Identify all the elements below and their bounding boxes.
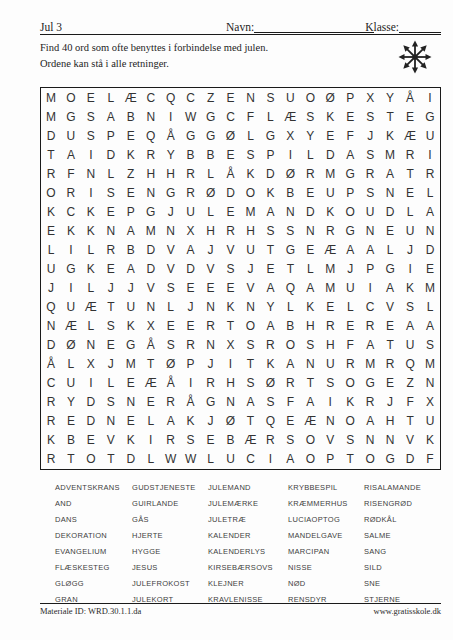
grid-cell: N (101, 221, 121, 240)
grid-cell: J (201, 240, 221, 259)
name-field: Navn: (226, 21, 374, 33)
word-list-item: MANDELGAVE (288, 528, 364, 544)
grid-cell: R (41, 393, 61, 412)
grid-cell: V (161, 240, 181, 259)
grid-cell: N (300, 355, 320, 374)
grid-cell: P (360, 259, 380, 278)
grid-cell: X (181, 221, 201, 240)
grid-cell: M (41, 107, 61, 126)
grid-cell: K (41, 431, 61, 450)
grid-cell: J (360, 126, 380, 145)
grid-cell: A (121, 221, 141, 240)
grid-cell: K (420, 431, 440, 450)
grid-cell: E (221, 278, 241, 297)
grid-cell: K (121, 145, 141, 164)
grid-cell: E (201, 278, 221, 297)
grid-cell: E (181, 278, 201, 297)
grid-cell: N (241, 88, 261, 107)
grid-cell: T (280, 259, 300, 278)
grid-cell: M (121, 355, 141, 374)
word-list-item: EVANGELIUM (55, 544, 132, 560)
grid-cell: N (161, 221, 181, 240)
grid-cell: G (360, 374, 380, 393)
grid-cell: M (141, 221, 161, 240)
grid-cell: Y (61, 393, 81, 412)
grid-cell: V (101, 431, 121, 450)
footer: Materiale ID: WRD.30.1.1.da www.gratissk… (40, 603, 441, 616)
grid-cell: O (241, 317, 261, 336)
grid-cell: A (161, 412, 181, 431)
grid-cell: X (280, 126, 300, 145)
grid-cell: S (280, 431, 300, 450)
word-list-item: DANS (55, 512, 132, 528)
material-id: Materiale ID: WRD.30.1.1.da (40, 606, 141, 616)
worksheet-page: Jul 3 Navn: Klasse: Find 40 ord som ofte… (0, 0, 453, 640)
grid-cell: M (380, 145, 400, 164)
word-list-item: HJERTE (132, 528, 208, 544)
grid-cell: Q (400, 355, 420, 374)
grid-cell: I (320, 393, 340, 412)
grid-cell: B (201, 145, 221, 164)
grid-cell: R (161, 431, 181, 450)
grid-cell: E (400, 183, 420, 202)
word-list-item: SANG (364, 544, 441, 560)
grid-cell: E (260, 259, 280, 278)
grid-cell: S (81, 107, 101, 126)
grid-cell: E (400, 107, 420, 126)
grid-cell: E (221, 88, 241, 107)
grid-cell: M (320, 164, 340, 183)
word-list-item: GLØGG (55, 576, 132, 592)
grid-cell: K (320, 202, 340, 221)
grid-cell: U (61, 374, 81, 393)
grid-cell: G (121, 336, 141, 355)
grid-cell: I (400, 259, 420, 278)
grid-cell: T (260, 240, 280, 259)
word-list-item: SALME (364, 528, 441, 544)
grid-cell: C (61, 202, 81, 221)
grid-cell: R (260, 431, 280, 450)
grid-cell: N (201, 336, 221, 355)
grid-cell: I (260, 450, 280, 469)
grid-cell: R (420, 164, 440, 183)
grid-cell: J (181, 298, 201, 317)
grid-cell: T (241, 355, 261, 374)
grid-cell: J (400, 240, 420, 259)
grid-cell: L (260, 107, 280, 126)
grid-cell: I (61, 240, 81, 259)
grid-cell: J (101, 278, 121, 297)
grid-cell: R (340, 355, 360, 374)
grid-cell: U (400, 221, 420, 240)
grid-cell: Æ (280, 107, 300, 126)
grid-cell: S (320, 374, 340, 393)
grid-cell: A (61, 145, 81, 164)
grid-cell: S (181, 431, 201, 450)
grid-cell: Ø (161, 355, 181, 374)
word-list-item: JULEMAND (208, 480, 288, 496)
grid-cell: L (241, 126, 261, 145)
grid-cell: F (340, 126, 360, 145)
grid-cell: S (300, 107, 320, 126)
grid-cell: K (121, 431, 141, 450)
word-grid: MOELÆCQCZENSUOØPXYÅIMGSABNIWGCFLÆSKESTEG… (40, 87, 441, 470)
all-directions-icon (396, 38, 434, 76)
grid-cell: N (41, 317, 61, 336)
grid-cell: R (101, 240, 121, 259)
grid-cell: U (280, 88, 300, 107)
grid-cell: Æ (141, 374, 161, 393)
word-list-column: ADVENTSKRANSANDDANSDEKORATIONEVANGELIUMF… (55, 480, 132, 608)
grid-cell: T (380, 336, 400, 355)
grid-cell: E (181, 317, 201, 336)
grid-cell: L (81, 278, 101, 297)
grid-cell: X (221, 336, 241, 355)
grid-cell: A (280, 355, 300, 374)
grid-cell: L (201, 164, 221, 183)
grid-cell: J (161, 202, 181, 221)
grid-cell: I (81, 374, 101, 393)
grid-cell: N (280, 202, 300, 221)
grid-cell: K (81, 259, 101, 278)
grid-cell: R (181, 183, 201, 202)
word-list-item: JULEFROKOST (132, 576, 208, 592)
grid-cell: N (141, 107, 161, 126)
grid-cell: E (340, 107, 360, 126)
grid-cell: A (300, 278, 320, 297)
grid-cell: Ø (61, 336, 81, 355)
grid-cell: V (221, 240, 241, 259)
grid-cell: S (280, 221, 300, 240)
grid-cell: K (81, 202, 101, 221)
grid-cell: N (300, 221, 320, 240)
grid-cell: H (241, 221, 261, 240)
instructions-row: Find 40 ord som ofte benyttes i forbinde… (40, 40, 441, 80)
grid-cell: E (380, 317, 400, 336)
grid-cell: O (340, 374, 360, 393)
grid-cell: R (400, 145, 420, 164)
grid-cell: C (221, 107, 241, 126)
grid-cell: R (141, 145, 161, 164)
word-list-item: GÅS (132, 512, 208, 528)
grid-cell: T (400, 164, 420, 183)
grid-cell: U (360, 202, 380, 221)
grid-cell: Å (141, 336, 161, 355)
grid-cell: D (141, 240, 161, 259)
grid-cell: R (360, 164, 380, 183)
grid-cell: K (260, 183, 280, 202)
grid-cell: N (81, 336, 101, 355)
grid-cell: J (380, 393, 400, 412)
grid-cell: C (360, 298, 380, 317)
word-list-item: SNE (364, 576, 441, 592)
grid-cell: E (221, 145, 241, 164)
grid-cell: A (121, 259, 141, 278)
word-list-item: KRÆMMERHUS (288, 496, 364, 512)
grid-cell: V (241, 278, 261, 297)
grid-cell: Æ (241, 431, 261, 450)
grid-cell: A (360, 336, 380, 355)
grid-cell: F (241, 107, 261, 126)
grid-cell: D (260, 164, 280, 183)
grid-cell: X (360, 88, 380, 107)
word-list-column: RISALAMANDERISENGRØDRØDKÅLSALMESANGSILDS… (364, 480, 441, 608)
grid-cell: L (81, 317, 101, 336)
grid-cell: Ø (280, 164, 300, 183)
grid-cell: W (181, 107, 201, 126)
grid-cell: E (41, 221, 61, 240)
grid-cell: L (420, 183, 440, 202)
word-list-item: MARCIPAN (288, 544, 364, 560)
grid-cell: S (360, 107, 380, 126)
grid-cell: Æ (400, 126, 420, 145)
word-list-item: RISALAMANDE (364, 480, 441, 496)
grid-cell: I (181, 374, 201, 393)
grid-cell: L (380, 240, 400, 259)
grid-cell: T (400, 412, 420, 431)
grid-cell: E (121, 412, 141, 431)
class-field: Klasse: (365, 21, 441, 33)
grid-cell: K (61, 221, 81, 240)
grid-cell: S (260, 393, 280, 412)
grid-cell: L (101, 374, 121, 393)
grid-cell: A (181, 240, 201, 259)
grid-cell: E (300, 240, 320, 259)
grid-cell: N (241, 298, 261, 317)
grid-cell: P (340, 183, 360, 202)
grid-cell: U (420, 126, 440, 145)
grid-cell: U (181, 202, 201, 221)
grid-cell: H (300, 317, 320, 336)
grid-cell: I (81, 183, 101, 202)
grid-cell: L (161, 298, 181, 317)
grid-cell: Y (260, 298, 280, 317)
grid-cell: N (420, 221, 440, 240)
grid-cell: U (400, 336, 420, 355)
word-list-item: JULEMÆRKE (208, 496, 288, 512)
grid-cell: T (241, 412, 261, 431)
grid-cell: M (320, 278, 340, 297)
grid-cell: R (41, 412, 61, 431)
grid-cell: E (320, 126, 340, 145)
grid-cell: S (400, 298, 420, 317)
word-list-item: KIRSEBÆRSOVS (208, 560, 288, 576)
grid-cell: N (320, 412, 340, 431)
grid-cell: A (360, 240, 380, 259)
grid-cell: Æ (300, 412, 320, 431)
grid-cell: R (181, 164, 201, 183)
grid-cell: N (380, 431, 400, 450)
grid-cell: G (340, 221, 360, 240)
grid-cell: Y (300, 126, 320, 145)
name-label: Navn: (226, 21, 254, 33)
grid-cell: J (241, 259, 261, 278)
grid-cell: K (241, 164, 261, 183)
grid-cell: K (121, 317, 141, 336)
word-list-item: ADVENTSKRANS (55, 480, 132, 496)
grid-cell: T (221, 317, 241, 336)
grid-cell: T (101, 450, 121, 469)
grid-cell: M (41, 88, 61, 107)
grid-cell: S (241, 374, 261, 393)
grid-cell: A (360, 412, 380, 431)
grid-cell: I (420, 145, 440, 164)
grid-cell: M (420, 355, 440, 374)
grid-cell: U (41, 259, 61, 278)
grid-cell: K (260, 355, 280, 374)
grid-cell: H (161, 164, 181, 183)
grid-cell: O (300, 431, 320, 450)
grid-cell: I (360, 278, 380, 297)
grid-cell: P (121, 202, 141, 221)
grid-cell: W (181, 450, 201, 469)
grid-cell: R (360, 393, 380, 412)
grid-cell: G (201, 393, 221, 412)
grid-cell: S (300, 336, 320, 355)
grid-cell: J (121, 278, 141, 297)
grid-cell: A (101, 107, 121, 126)
grid-cell: E (300, 183, 320, 202)
grid-cell: H (221, 374, 241, 393)
grid-cell: A (300, 393, 320, 412)
grid-cell: D (41, 336, 61, 355)
grid-cell: K (221, 298, 241, 317)
grid-cell: Q (141, 126, 161, 145)
grid-cell: E (121, 126, 141, 145)
grid-cell: P (260, 145, 280, 164)
grid-cell: L (81, 240, 101, 259)
grid-cell: E (201, 431, 221, 450)
website: www.gratisskole.dk (374, 606, 441, 616)
grid-cell: S (161, 336, 181, 355)
grid-cell: S (221, 259, 241, 278)
grid-cell: U (61, 126, 81, 145)
grid-cell: O (61, 88, 81, 107)
grid-cell: A (420, 202, 440, 221)
grid-cell: V (161, 259, 181, 278)
grid-cell: U (320, 355, 340, 374)
grid-cell: N (81, 164, 101, 183)
grid-cell: N (360, 431, 380, 450)
grid-cell: A (380, 164, 400, 183)
grid-cell: D (81, 393, 101, 412)
grid-cell: L (280, 298, 300, 317)
grid-cell: K (320, 107, 340, 126)
grid-cell: N (221, 393, 241, 412)
grid-cell: G (201, 107, 221, 126)
grid-cell: N (141, 183, 161, 202)
grid-cell: K (41, 202, 61, 221)
grid-cell: O (300, 88, 320, 107)
grid-cell: B (181, 145, 201, 164)
grid-cell: R (360, 317, 380, 336)
grid-cell: Q (280, 278, 300, 297)
grid-cell: Q (260, 412, 280, 431)
grid-cell: E (81, 431, 101, 450)
grid-cell: R (260, 336, 280, 355)
grid-cell: N (420, 374, 440, 393)
grid-cell: D (121, 450, 141, 469)
grid-cell: Y (161, 145, 181, 164)
grid-cell: B (280, 317, 300, 336)
grid-cell: R (201, 374, 221, 393)
word-list-item: KLEJNER (208, 576, 288, 592)
grid-cell: Å (161, 374, 181, 393)
grid-cell: H (320, 336, 340, 355)
grid-cell: S (260, 221, 280, 240)
grid-cell: G (61, 107, 81, 126)
grid-cell: P (181, 355, 201, 374)
grid-cell: D (400, 450, 420, 469)
word-list-item: JULETRÆ (208, 512, 288, 528)
grid-cell: A (280, 450, 300, 469)
grid-cell: K (81, 221, 101, 240)
grid-cell: O (340, 202, 360, 221)
grid-cell: O (360, 450, 380, 469)
grid-cell: E (101, 336, 121, 355)
grid-cell: M (241, 202, 261, 221)
grid-cell: Æ (61, 317, 81, 336)
class-blank-line (399, 21, 441, 33)
grid-cell: N (360, 221, 380, 240)
grid-cell: E (121, 183, 141, 202)
grid-cell: E (221, 202, 241, 221)
grid-cell: R (221, 221, 241, 240)
grid-cell: L (300, 259, 320, 278)
grid-cell: P (320, 450, 340, 469)
word-list-item: KRYBBESPIL (288, 480, 364, 496)
grid-cell: G (61, 259, 81, 278)
grid-cell: L (300, 145, 320, 164)
grid-cell: S (260, 88, 280, 107)
grid-cell: C (41, 374, 61, 393)
grid-cell: A (340, 240, 360, 259)
grid-cell: F (280, 393, 300, 412)
instructions: Find 40 ord som ofte benyttes i forbinde… (40, 40, 268, 72)
grid-cell: A (400, 317, 420, 336)
grid-cell: S (101, 317, 121, 336)
grid-cell: A (380, 278, 400, 297)
grid-cell: B (61, 431, 81, 450)
word-list-column: JULEMANDJULEMÆRKEJULETRÆKALENDERKALENDER… (208, 480, 288, 608)
grid-cell: A (260, 278, 280, 297)
grid-cell: V (400, 431, 420, 450)
grid-cell: B (280, 183, 300, 202)
grid-cell: X (420, 393, 440, 412)
grid-cell: Z (400, 374, 420, 393)
grid-cell: O (340, 412, 360, 431)
grid-cell: K (380, 126, 400, 145)
grid-cell: R (181, 336, 201, 355)
word-list-column: GUDSTJENESTEGUIRLANDEGÅSHJERTEHYGGEJESUS… (132, 480, 208, 608)
grid-cell: E (161, 317, 181, 336)
grid-cell: L (201, 450, 221, 469)
grid-cell: L (420, 298, 440, 317)
grid-cell: S (101, 393, 121, 412)
grid-cell: X (81, 355, 101, 374)
grid-cell: Q (161, 88, 181, 107)
grid-cell: U (121, 298, 141, 317)
grid-cell: Å (181, 393, 201, 412)
word-list-item: KALENDER (208, 528, 288, 544)
grid-cell: T (340, 450, 360, 469)
word-list-item: SILD (364, 560, 441, 576)
grid-cell: R (61, 183, 81, 202)
grid-cell: O (300, 450, 320, 469)
grid-cell: Z (121, 164, 141, 183)
grid-cell: H (380, 412, 400, 431)
grid-cell: N (201, 298, 221, 317)
